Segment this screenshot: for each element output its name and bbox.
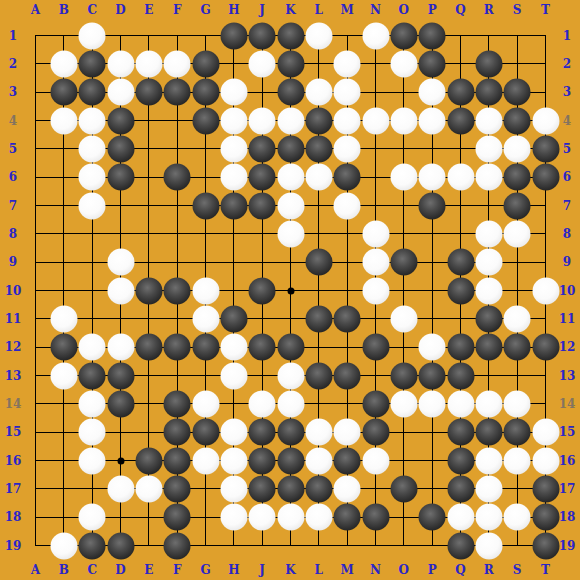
black-stone-G12[interactable] <box>192 334 219 361</box>
white-stone-L1[interactable] <box>305 22 332 49</box>
white-stone-S18[interactable] <box>504 504 531 531</box>
black-stone-M11[interactable] <box>334 305 361 332</box>
row-label-left: 3 <box>9 86 17 98</box>
black-stone-Q12[interactable] <box>447 334 474 361</box>
white-stone-R18[interactable] <box>475 504 502 531</box>
white-stone-B11[interactable] <box>50 305 77 332</box>
black-stone-D5[interactable] <box>107 135 134 162</box>
white-stone-D12[interactable] <box>107 334 134 361</box>
white-stone-C12[interactable] <box>79 334 106 361</box>
black-stone-J5[interactable] <box>249 135 276 162</box>
white-stone-B19[interactable] <box>50 532 77 559</box>
black-stone-D13[interactable] <box>107 362 134 389</box>
black-stone-F6[interactable] <box>164 164 191 191</box>
black-stone-F10[interactable] <box>164 277 191 304</box>
white-stone-N16[interactable] <box>362 447 389 474</box>
white-stone-L18[interactable] <box>305 504 332 531</box>
column-label-bottom: F <box>173 564 182 576</box>
white-stone-O4[interactable] <box>390 107 417 134</box>
black-stone-T6[interactable] <box>532 164 559 191</box>
row-label-left: 19 <box>5 540 22 552</box>
white-stone-D2[interactable] <box>107 50 134 77</box>
row-label-right: 11 <box>559 313 576 325</box>
black-stone-S3[interactable] <box>504 79 531 106</box>
black-stone-L17[interactable] <box>305 475 332 502</box>
white-stone-K6[interactable] <box>277 164 304 191</box>
column-label-bottom: P <box>428 564 437 576</box>
white-stone-H12[interactable] <box>220 334 247 361</box>
row-label-left: 7 <box>9 200 17 212</box>
white-stone-R8[interactable] <box>475 220 502 247</box>
column-label-top: B <box>59 4 69 16</box>
white-stone-E2[interactable] <box>135 50 162 77</box>
black-stone-F16[interactable] <box>164 447 191 474</box>
black-stone-F3[interactable] <box>164 79 191 106</box>
black-stone-J17[interactable] <box>249 475 276 502</box>
white-stone-M15[interactable] <box>334 419 361 446</box>
black-stone-J6[interactable] <box>249 164 276 191</box>
black-stone-E12[interactable] <box>135 334 162 361</box>
row-label-right: 12 <box>559 341 576 353</box>
black-stone-T18[interactable] <box>532 504 559 531</box>
black-stone-M6[interactable] <box>334 164 361 191</box>
row-label-left: 1 <box>9 30 17 42</box>
row-label-left: 9 <box>9 256 17 268</box>
white-stone-K7[interactable] <box>277 192 304 219</box>
row-label-right: 9 <box>563 256 571 268</box>
white-stone-N9[interactable] <box>362 249 389 276</box>
white-stone-P12[interactable] <box>419 334 446 361</box>
row-label-right: 16 <box>559 455 576 467</box>
column-label-bottom: M <box>341 564 354 576</box>
black-stone-L4[interactable] <box>305 107 332 134</box>
black-stone-Q3[interactable] <box>447 79 474 106</box>
black-stone-K15[interactable] <box>277 419 304 446</box>
column-label-bottom: S <box>513 564 522 576</box>
white-stone-G11[interactable] <box>192 305 219 332</box>
row-label-right: 7 <box>563 200 571 212</box>
black-stone-E3[interactable] <box>135 79 162 106</box>
column-label-top: G <box>200 4 210 16</box>
black-stone-D4[interactable] <box>107 107 134 134</box>
white-stone-D3[interactable] <box>107 79 134 106</box>
white-stone-R5[interactable] <box>475 135 502 162</box>
column-label-top: O <box>399 4 409 16</box>
row-label-right: 8 <box>563 228 571 240</box>
white-stone-H13[interactable] <box>220 362 247 389</box>
white-stone-M17[interactable] <box>334 475 361 502</box>
row-label-left: 17 <box>5 483 22 495</box>
row-label-left: 5 <box>9 143 17 155</box>
black-stone-K3[interactable] <box>277 79 304 106</box>
white-stone-S11[interactable] <box>504 305 531 332</box>
white-stone-C1[interactable] <box>79 22 106 49</box>
black-stone-K12[interactable] <box>277 334 304 361</box>
column-label-bottom: K <box>285 564 295 576</box>
black-stone-D19[interactable] <box>107 532 134 559</box>
row-label-right: 4 <box>563 115 571 127</box>
black-stone-S15[interactable] <box>504 419 531 446</box>
black-stone-K17[interactable] <box>277 475 304 502</box>
row-label-left: 14 <box>5 398 22 410</box>
white-stone-R17[interactable] <box>475 475 502 502</box>
row-label-left: 12 <box>5 341 22 353</box>
column-label-bottom: E <box>144 564 153 576</box>
row-label-left: 4 <box>9 115 17 127</box>
row-label-left: 2 <box>9 58 17 70</box>
star-point <box>287 287 294 294</box>
white-stone-R9[interactable] <box>475 249 502 276</box>
black-stone-C19[interactable] <box>79 532 106 559</box>
white-stone-R10[interactable] <box>475 277 502 304</box>
black-stone-B3[interactable] <box>50 79 77 106</box>
white-stone-L15[interactable] <box>305 419 332 446</box>
row-label-left: 18 <box>5 511 22 523</box>
white-stone-J4[interactable] <box>249 107 276 134</box>
white-stone-H16[interactable] <box>220 447 247 474</box>
column-label-top: T <box>541 4 550 16</box>
black-stone-E10[interactable] <box>135 277 162 304</box>
white-stone-B2[interactable] <box>50 50 77 77</box>
black-stone-L9[interactable] <box>305 249 332 276</box>
white-stone-K13[interactable] <box>277 362 304 389</box>
row-label-right: 1 <box>563 30 571 42</box>
black-stone-C13[interactable] <box>79 362 106 389</box>
white-stone-R4[interactable] <box>475 107 502 134</box>
white-stone-M5[interactable] <box>334 135 361 162</box>
black-stone-S12[interactable] <box>504 334 531 361</box>
black-stone-Q4[interactable] <box>447 107 474 134</box>
black-stone-H1[interactable] <box>220 22 247 49</box>
white-stone-G10[interactable] <box>192 277 219 304</box>
column-label-bottom: A <box>31 564 40 576</box>
black-stone-R2[interactable] <box>475 50 502 77</box>
white-stone-S8[interactable] <box>504 220 531 247</box>
black-stone-T17[interactable] <box>532 475 559 502</box>
column-label-top: E <box>144 4 153 16</box>
row-label-left: 8 <box>9 228 17 240</box>
white-stone-H18[interactable] <box>220 504 247 531</box>
black-stone-P1[interactable] <box>419 22 446 49</box>
white-stone-S5[interactable] <box>504 135 531 162</box>
black-stone-G3[interactable] <box>192 79 219 106</box>
white-stone-T10[interactable] <box>532 277 559 304</box>
black-stone-M13[interactable] <box>334 362 361 389</box>
column-label-bottom: D <box>115 564 125 576</box>
black-stone-Q10[interactable] <box>447 277 474 304</box>
black-stone-H7[interactable] <box>220 192 247 219</box>
white-stone-N8[interactable] <box>362 220 389 247</box>
black-stone-C3[interactable] <box>79 79 106 106</box>
row-label-right: 18 <box>559 511 576 523</box>
grid-line-horizontal <box>35 318 546 319</box>
black-stone-F14[interactable] <box>164 390 191 417</box>
column-label-bottom: N <box>370 564 381 576</box>
column-label-bottom: L <box>315 564 323 576</box>
column-label-bottom: J <box>259 564 265 576</box>
black-stone-N15[interactable] <box>362 419 389 446</box>
column-label-top: M <box>341 4 354 16</box>
black-stone-P7[interactable] <box>419 192 446 219</box>
black-stone-G15[interactable] <box>192 419 219 446</box>
white-stone-O11[interactable] <box>390 305 417 332</box>
black-stone-D14[interactable] <box>107 390 134 417</box>
white-stone-K8[interactable] <box>277 220 304 247</box>
black-stone-R3[interactable] <box>475 79 502 106</box>
column-label-top: A <box>31 4 40 16</box>
black-stone-F17[interactable] <box>164 475 191 502</box>
white-stone-F2[interactable] <box>164 50 191 77</box>
black-stone-P13[interactable] <box>419 362 446 389</box>
black-stone-R12[interactable] <box>475 334 502 361</box>
column-label-top: C <box>87 4 97 16</box>
black-stone-Q16[interactable] <box>447 447 474 474</box>
white-stone-C4[interactable] <box>79 107 106 134</box>
column-label-bottom: R <box>484 564 494 576</box>
white-stone-E17[interactable] <box>135 475 162 502</box>
row-label-right: 14 <box>559 398 576 410</box>
row-label-right: 6 <box>563 171 571 183</box>
go-board[interactable]: AABBCCDDEEFFGGHHJJKKLLMMNNOOPPQQRRSSTT11… <box>0 0 580 580</box>
black-stone-Q17[interactable] <box>447 475 474 502</box>
column-label-bottom: H <box>228 564 239 576</box>
white-stone-R19[interactable] <box>475 532 502 559</box>
black-stone-C2[interactable] <box>79 50 106 77</box>
white-stone-L6[interactable] <box>305 164 332 191</box>
black-stone-M18[interactable] <box>334 504 361 531</box>
column-label-top: D <box>115 4 125 16</box>
white-stone-N10[interactable] <box>362 277 389 304</box>
black-stone-Q13[interactable] <box>447 362 474 389</box>
white-stone-S14[interactable] <box>504 390 531 417</box>
white-stone-D17[interactable] <box>107 475 134 502</box>
black-stone-O1[interactable] <box>390 22 417 49</box>
row-label-right: 19 <box>559 540 576 552</box>
black-stone-K2[interactable] <box>277 50 304 77</box>
white-stone-H3[interactable] <box>220 79 247 106</box>
black-stone-R15[interactable] <box>475 419 502 446</box>
black-stone-P2[interactable] <box>419 50 446 77</box>
row-label-left: 6 <box>9 171 17 183</box>
white-stone-G16[interactable] <box>192 447 219 474</box>
black-stone-G4[interactable] <box>192 107 219 134</box>
column-label-bottom: G <box>200 564 210 576</box>
white-stone-J2[interactable] <box>249 50 276 77</box>
black-stone-Q15[interactable] <box>447 419 474 446</box>
white-stone-M3[interactable] <box>334 79 361 106</box>
black-stone-D6[interactable] <box>107 164 134 191</box>
row-label-right: 13 <box>559 370 576 382</box>
black-stone-F15[interactable] <box>164 419 191 446</box>
black-stone-G2[interactable] <box>192 50 219 77</box>
black-stone-J16[interactable] <box>249 447 276 474</box>
black-stone-P18[interactable] <box>419 504 446 531</box>
white-stone-R6[interactable] <box>475 164 502 191</box>
white-stone-N4[interactable] <box>362 107 389 134</box>
black-stone-F18[interactable] <box>164 504 191 531</box>
white-stone-O14[interactable] <box>390 390 417 417</box>
white-stone-C6[interactable] <box>79 164 106 191</box>
column-label-bottom: O <box>399 564 409 576</box>
white-stone-C7[interactable] <box>79 192 106 219</box>
row-label-right: 3 <box>563 86 571 98</box>
black-stone-N12[interactable] <box>362 334 389 361</box>
black-stone-O9[interactable] <box>390 249 417 276</box>
white-stone-P3[interactable] <box>419 79 446 106</box>
row-label-right: 10 <box>559 285 576 297</box>
column-label-top: Q <box>455 4 465 16</box>
row-label-left: 15 <box>5 426 22 438</box>
black-stone-T12[interactable] <box>532 334 559 361</box>
white-stone-M4[interactable] <box>334 107 361 134</box>
black-stone-E16[interactable] <box>135 447 162 474</box>
black-stone-K1[interactable] <box>277 22 304 49</box>
black-stone-J1[interactable] <box>249 22 276 49</box>
row-label-left: 11 <box>5 313 22 325</box>
black-stone-T5[interactable] <box>532 135 559 162</box>
white-stone-K14[interactable] <box>277 390 304 417</box>
row-label-right: 2 <box>563 58 571 70</box>
star-point <box>117 457 124 464</box>
white-stone-M2[interactable] <box>334 50 361 77</box>
black-stone-L11[interactable] <box>305 305 332 332</box>
black-stone-O13[interactable] <box>390 362 417 389</box>
column-label-bottom: B <box>59 564 69 576</box>
column-label-bottom: C <box>87 564 97 576</box>
white-stone-M7[interactable] <box>334 192 361 219</box>
white-stone-B13[interactable] <box>50 362 77 389</box>
white-stone-G14[interactable] <box>192 390 219 417</box>
black-stone-H11[interactable] <box>220 305 247 332</box>
white-stone-H15[interactable] <box>220 419 247 446</box>
white-stone-K18[interactable] <box>277 504 304 531</box>
white-stone-Q14[interactable] <box>447 390 474 417</box>
white-stone-D10[interactable] <box>107 277 134 304</box>
column-label-top: L <box>315 4 323 16</box>
white-stone-O2[interactable] <box>390 50 417 77</box>
black-stone-M16[interactable] <box>334 447 361 474</box>
black-stone-J10[interactable] <box>249 277 276 304</box>
black-stone-G7[interactable] <box>192 192 219 219</box>
black-stone-R11[interactable] <box>475 305 502 332</box>
column-label-top: S <box>513 4 522 16</box>
column-label-top: H <box>228 4 239 16</box>
white-stone-H5[interactable] <box>220 135 247 162</box>
white-stone-C15[interactable] <box>79 419 106 446</box>
row-label-right: 5 <box>563 143 571 155</box>
black-stone-J12[interactable] <box>249 334 276 361</box>
black-stone-Q19[interactable] <box>447 532 474 559</box>
column-label-top: P <box>428 4 437 16</box>
black-stone-B12[interactable] <box>50 334 77 361</box>
column-label-top: R <box>484 4 494 16</box>
black-stone-T19[interactable] <box>532 532 559 559</box>
column-label-top: K <box>285 4 295 16</box>
row-label-right: 15 <box>559 426 576 438</box>
row-label-right: 17 <box>559 483 576 495</box>
white-stone-Q6[interactable] <box>447 164 474 191</box>
row-label-left: 13 <box>5 370 22 382</box>
black-stone-K5[interactable] <box>277 135 304 162</box>
white-stone-R16[interactable] <box>475 447 502 474</box>
white-stone-C5[interactable] <box>79 135 106 162</box>
column-label-top: N <box>370 4 381 16</box>
white-stone-H6[interactable] <box>220 164 247 191</box>
white-stone-T16[interactable] <box>532 447 559 474</box>
white-stone-N1[interactable] <box>362 22 389 49</box>
black-stone-K16[interactable] <box>277 447 304 474</box>
black-stone-S7[interactable] <box>504 192 531 219</box>
black-stone-S4[interactable] <box>504 107 531 134</box>
white-stone-K4[interactable] <box>277 107 304 134</box>
white-stone-L3[interactable] <box>305 79 332 106</box>
white-stone-J14[interactable] <box>249 390 276 417</box>
column-label-top: J <box>259 4 265 16</box>
black-stone-J15[interactable] <box>249 419 276 446</box>
white-stone-T15[interactable] <box>532 419 559 446</box>
black-stone-L5[interactable] <box>305 135 332 162</box>
white-stone-S16[interactable] <box>504 447 531 474</box>
black-stone-F12[interactable] <box>164 334 191 361</box>
black-stone-S6[interactable] <box>504 164 531 191</box>
white-stone-D9[interactable] <box>107 249 134 276</box>
white-stone-C14[interactable] <box>79 390 106 417</box>
white-stone-H4[interactable] <box>220 107 247 134</box>
column-label-bottom: Q <box>455 564 465 576</box>
row-label-left: 10 <box>5 285 22 297</box>
white-stone-H17[interactable] <box>220 475 247 502</box>
black-stone-L13[interactable] <box>305 362 332 389</box>
white-stone-P14[interactable] <box>419 390 446 417</box>
white-stone-R14[interactable] <box>475 390 502 417</box>
white-stone-Q18[interactable] <box>447 504 474 531</box>
white-stone-C16[interactable] <box>79 447 106 474</box>
white-stone-O6[interactable] <box>390 164 417 191</box>
white-stone-P4[interactable] <box>419 107 446 134</box>
white-stone-T4[interactable] <box>532 107 559 134</box>
column-label-top: F <box>173 4 182 16</box>
white-stone-J18[interactable] <box>249 504 276 531</box>
black-stone-Q9[interactable] <box>447 249 474 276</box>
black-stone-J7[interactable] <box>249 192 276 219</box>
white-stone-L16[interactable] <box>305 447 332 474</box>
black-stone-F19[interactable] <box>164 532 191 559</box>
row-label-left: 16 <box>5 455 22 467</box>
black-stone-O17[interactable] <box>390 475 417 502</box>
white-stone-C18[interactable] <box>79 504 106 531</box>
white-stone-P6[interactable] <box>419 164 446 191</box>
column-label-bottom: T <box>541 564 550 576</box>
white-stone-B4[interactable] <box>50 107 77 134</box>
black-stone-N14[interactable] <box>362 390 389 417</box>
black-stone-N18[interactable] <box>362 504 389 531</box>
